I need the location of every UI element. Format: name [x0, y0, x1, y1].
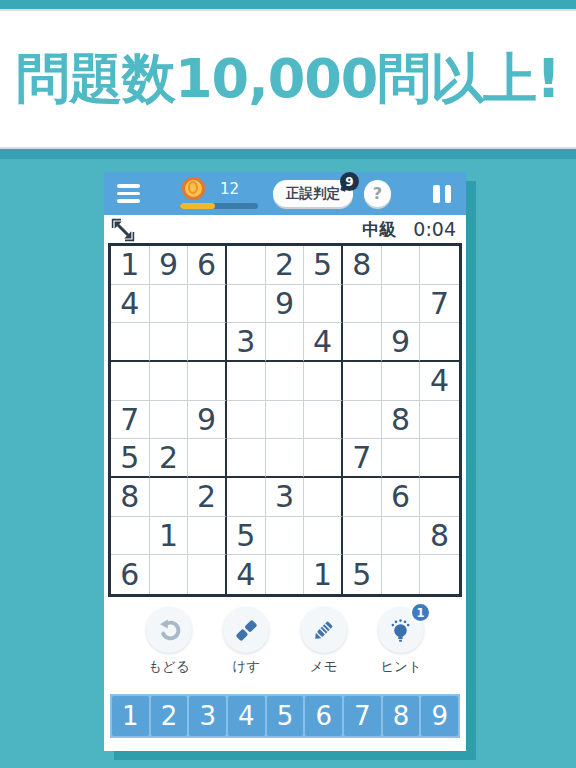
sudoku-cell-r2c6[interactable]	[304, 285, 343, 324]
numpad-key-2[interactable]: 2	[151, 696, 188, 736]
sudoku-cell-r1c8[interactable]	[382, 246, 421, 285]
sudoku-cell-r6c5[interactable]	[266, 439, 305, 478]
hint-label: ヒント	[380, 658, 421, 676]
sudoku-cell-r6c2[interactable]: 2	[150, 439, 189, 478]
toolbar: もどる けす	[104, 597, 466, 694]
pencil-icon	[310, 617, 337, 644]
sudoku-cell-r4c7[interactable]	[343, 362, 382, 401]
erase-button-circle	[223, 607, 269, 653]
sudoku-cell-r7c2[interactable]	[150, 478, 189, 517]
sudoku-cell-r2c2[interactable]	[150, 285, 189, 324]
sudoku-cell-r1c1[interactable]: 1	[111, 246, 150, 285]
coin-count: 12	[220, 180, 239, 198]
sudoku-cell-r2c8[interactable]	[382, 285, 421, 324]
resize-diagonal-icon[interactable]	[111, 218, 135, 242]
sudoku-cell-r7c6[interactable]	[304, 478, 343, 517]
sudoku-cell-r1c3[interactable]: 6	[188, 246, 227, 285]
sudoku-cell-r9c6[interactable]: 1	[304, 555, 343, 594]
sudoku-cell-r6c9[interactable]	[420, 439, 459, 478]
sudoku-cell-r7c7[interactable]	[343, 478, 382, 517]
status-bar: 中級 0:04	[104, 215, 466, 243]
help-button[interactable]: ?	[364, 180, 391, 207]
check-answer-badge: 9	[340, 172, 359, 191]
number-pad: 123456789	[110, 694, 460, 738]
sudoku-cell-r8c8[interactable]	[382, 517, 421, 556]
undo-icon	[156, 617, 183, 644]
undo-button[interactable]: もどる	[138, 607, 200, 676]
memo-button[interactable]: メモ	[293, 607, 355, 676]
sudoku-cell-r9c7[interactable]: 5	[343, 555, 382, 594]
pause-icon	[433, 185, 440, 203]
sudoku-cell-r3c8[interactable]: 9	[382, 323, 421, 362]
numpad-key-8[interactable]: 8	[383, 696, 420, 736]
sudoku-cell-r3c6[interactable]: 4	[304, 323, 343, 362]
sudoku-cell-r8c3[interactable]	[188, 517, 227, 556]
sudoku-cell-r9c3[interactable]	[188, 555, 227, 594]
sudoku-cell-r7c3[interactable]: 2	[188, 478, 227, 517]
sudoku-cell-r3c2[interactable]	[150, 323, 189, 362]
sudoku-cell-r4c5[interactable]	[266, 362, 305, 401]
sudoku-cell-r5c7[interactable]	[343, 401, 382, 440]
sudoku-cell-r1c6[interactable]: 5	[304, 246, 343, 285]
sudoku-cell-r9c1[interactable]: 6	[111, 555, 150, 594]
game-header-bar: 12 正誤判定 9 ?	[104, 172, 466, 215]
sudoku-cell-r7c1[interactable]: 8	[111, 478, 150, 517]
hint-button[interactable]: 1 ヒント	[370, 607, 432, 676]
sudoku-cell-r2c7[interactable]	[343, 285, 382, 324]
coin-panel: 12	[180, 176, 260, 212]
sudoku-cell-r5c9[interactable]	[420, 401, 459, 440]
sudoku-cell-r6c8[interactable]	[382, 439, 421, 478]
sudoku-cell-r5c8[interactable]: 8	[382, 401, 421, 440]
sudoku-cell-r3c4[interactable]: 3	[227, 323, 266, 362]
hamburger-icon	[117, 184, 140, 188]
hint-count-badge: 1	[410, 602, 431, 623]
sudoku-cell-r5c4[interactable]	[227, 401, 266, 440]
memo-button-circle	[301, 607, 347, 653]
sudoku-board-wrap: 196258497349479852782361586415	[104, 243, 466, 597]
sudoku-cell-r1c7[interactable]: 8	[343, 246, 382, 285]
eraser-icon	[233, 617, 260, 644]
phone-footer	[104, 738, 466, 751]
sudoku-cell-r9c4[interactable]: 4	[227, 555, 266, 594]
sudoku-cell-r7c4[interactable]	[227, 478, 266, 517]
numpad-key-5[interactable]: 5	[267, 696, 304, 736]
sudoku-cell-r4c9[interactable]: 4	[420, 362, 459, 401]
sudoku-cell-r2c5[interactable]: 9	[266, 285, 305, 324]
game-screen: 12 正誤判定 9 ? 中級 0:04 19625849734947985278…	[104, 172, 466, 751]
sudoku-cell-r2c3[interactable]	[188, 285, 227, 324]
sudoku-cell-r1c2[interactable]: 9	[150, 246, 189, 285]
numpad-key-4[interactable]: 4	[228, 696, 265, 736]
sudoku-cell-r4c4[interactable]	[227, 362, 266, 401]
memo-label: メモ	[310, 658, 338, 676]
sudoku-cell-r6c1[interactable]: 5	[111, 439, 150, 478]
numpad-key-7[interactable]: 7	[344, 696, 381, 736]
sudoku-cell-r5c3[interactable]: 9	[188, 401, 227, 440]
sudoku-cell-r8c7[interactable]	[343, 517, 382, 556]
sudoku-cell-r5c2[interactable]	[150, 401, 189, 440]
sudoku-cell-r5c1[interactable]: 7	[111, 401, 150, 440]
undo-label: もどる	[148, 658, 189, 676]
sudoku-cell-r2c1[interactable]: 4	[111, 285, 150, 324]
lightbulb-icon	[387, 617, 414, 644]
pause-button[interactable]	[433, 185, 451, 203]
sudoku-cell-r4c6[interactable]	[304, 362, 343, 401]
check-answer-wrap: 正誤判定 9	[273, 180, 353, 207]
numpad-key-1[interactable]: 1	[112, 696, 149, 736]
sudoku-cell-r9c2[interactable]	[150, 555, 189, 594]
numpad-key-3[interactable]: 3	[189, 696, 226, 736]
sudoku-cell-r5c5[interactable]	[266, 401, 305, 440]
sudoku-cell-r6c3[interactable]	[188, 439, 227, 478]
sudoku-cell-r1c4[interactable]	[227, 246, 266, 285]
sudoku-cell-r1c5[interactable]: 2	[266, 246, 305, 285]
sudoku-cell-r8c6[interactable]	[304, 517, 343, 556]
sudoku-cell-r3c5[interactable]	[266, 323, 305, 362]
coin-icon	[182, 177, 205, 200]
promo-banner-text: 問題数10,000問以上!	[16, 43, 560, 116]
numpad-key-9[interactable]: 9	[421, 696, 458, 736]
coin-progress-bar	[180, 203, 258, 209]
sudoku-cell-r2c4[interactable]	[227, 285, 266, 324]
sudoku-cell-r9c5[interactable]	[266, 555, 305, 594]
sudoku-cell-r3c9[interactable]	[420, 323, 459, 362]
erase-button[interactable]: けす	[215, 607, 277, 676]
undo-button-circle	[146, 607, 192, 653]
menu-button[interactable]	[117, 184, 140, 203]
promo-banner: 問題数10,000問以上!	[0, 9, 576, 149]
sudoku-cell-r7c5[interactable]: 3	[266, 478, 305, 517]
sudoku-cell-r3c7[interactable]	[343, 323, 382, 362]
sudoku-cell-r4c2[interactable]	[150, 362, 189, 401]
sudoku-cell-r6c4[interactable]	[227, 439, 266, 478]
sudoku-cell-r8c4[interactable]: 5	[227, 517, 266, 556]
sudoku-cell-r8c9[interactable]: 8	[420, 517, 459, 556]
sudoku-cell-r1c9[interactable]	[420, 246, 459, 285]
sudoku-cell-r3c1[interactable]	[111, 323, 150, 362]
hamburger-icon	[117, 192, 140, 196]
erase-label: けす	[233, 658, 261, 676]
pause-icon	[445, 185, 452, 203]
sudoku-cell-r4c3[interactable]	[188, 362, 227, 401]
coin-progress-fill	[180, 203, 215, 209]
sudoku-cell-r6c7[interactable]: 7	[343, 439, 382, 478]
sudoku-cell-r6c6[interactable]	[304, 439, 343, 478]
sudoku-cell-r5c6[interactable]	[304, 401, 343, 440]
sudoku-cell-r8c1[interactable]	[111, 517, 150, 556]
banner-shadow	[0, 149, 576, 159]
sudoku-cell-r8c2[interactable]: 1	[150, 517, 189, 556]
top-teal-strip	[0, 0, 576, 9]
difficulty-label: 中級	[362, 218, 396, 241]
sudoku-cell-r4c1[interactable]	[111, 362, 150, 401]
sudoku-cell-r3c3[interactable]	[188, 323, 227, 362]
timer: 0:04	[413, 218, 456, 240]
sudoku-cell-r9c8[interactable]	[382, 555, 421, 594]
numpad-key-6[interactable]: 6	[305, 696, 342, 736]
sudoku-cell-r7c9[interactable]	[420, 478, 459, 517]
sudoku-cell-r7c8[interactable]: 6	[382, 478, 421, 517]
sudoku-cell-r4c8[interactable]	[382, 362, 421, 401]
sudoku-cell-r2c9[interactable]: 7	[420, 285, 459, 324]
sudoku-cell-r8c5[interactable]	[266, 517, 305, 556]
sudoku-grid: 196258497349479852782361586415	[108, 243, 462, 597]
hamburger-icon	[117, 199, 140, 203]
sudoku-cell-r9c9[interactable]	[420, 555, 459, 594]
